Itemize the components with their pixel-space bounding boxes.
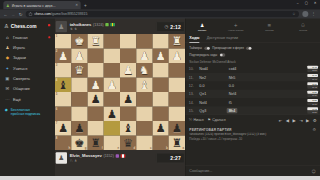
square-e1[interactable]: [104, 34, 120, 48]
resign-flag-icon: ⚑: [208, 118, 211, 122]
file-label: a: [182, 146, 184, 149]
play-icon[interactable]: ▶: [306, 117, 309, 122]
white-pawn: ♟: [152, 48, 168, 62]
black-pawn: ♟: [87, 92, 103, 106]
Играть-icon: ♟: [5, 45, 10, 50]
rank-label: 7: [56, 121, 58, 124]
square-b5[interactable]: [152, 92, 168, 106]
resign-button[interactable]: ⚑ Сдаться: [208, 118, 226, 122]
game-panel: ♟ Партия+ Новая партия≡ Партии⚇ Игроки Х…: [185, 19, 320, 176]
tab-title: Играть в шахматы с друз…: [12, 3, 74, 7]
top-clock-time: 2:12: [170, 24, 181, 30]
move-number: 12.: [189, 83, 198, 87]
toggle-Таймеры[interactable]: [204, 47, 210, 50]
square-b6[interactable]: [152, 106, 168, 120]
settings-gear-icon[interactable]: ⚙: [312, 127, 316, 132]
move-clocks: 2:36 2:42: [307, 82, 318, 88]
move-list: 10. Nxd4 cxd4 2:45 2:51 11. Ne2 Nh5 2:41…: [185, 65, 320, 115]
top-player-rating: (1324): [93, 23, 104, 27]
square-a7[interactable]: ♟: [169, 121, 185, 135]
bottom-captured-pieces: ♘ ♗: [70, 159, 154, 163]
tab-close-icon[interactable]: ✕: [75, 3, 78, 7]
Смотреть-icon: ▣: [5, 76, 10, 81]
panel-subtabs: ХодыДоступные партии: [185, 34, 320, 43]
square-h5[interactable]: 5: [55, 92, 71, 106]
Партии-tab-icon: ≡: [268, 23, 272, 28]
options-gear-icon[interactable]: ⚙: [313, 117, 317, 122]
bottom-player-rating: (1152): [104, 154, 114, 158]
last-move-icon[interactable]: ⇥: [299, 117, 303, 122]
file-label: h: [69, 146, 71, 149]
chesscom-logo[interactable]: ♙ Chess.com: [0, 19, 55, 32]
white-pawn: ♟: [87, 77, 103, 91]
bookmark-icon[interactable]: ☆: [292, 12, 295, 16]
square-f4[interactable]: ♟: [87, 77, 103, 91]
white-rook: ♜: [87, 34, 103, 48]
black-pawn: ♟: [169, 121, 185, 135]
square-d8[interactable]: ♛d: [120, 135, 136, 149]
panel-tab-label: Партии: [265, 29, 273, 31]
toggle-label: Таймеры: [189, 47, 202, 50]
chat-bar: Сообщение... ☺: [185, 166, 320, 176]
game-actions: ½ Ничья ⚑ Сдаться ⇤◀▶⇥▶⚙: [185, 115, 320, 125]
black-pawn: ♟: [104, 106, 120, 120]
top-player-badge: [105, 23, 108, 26]
white-rook: ♜: [169, 34, 185, 48]
white-move[interactable]: Qe1: [197, 92, 226, 96]
square-a6[interactable]: [169, 106, 185, 120]
white-move[interactable]: Qg3: [197, 108, 226, 112]
black-move[interactable]: Nh5: [227, 75, 256, 79]
square-a3[interactable]: [169, 63, 185, 77]
square-h1[interactable]: 1: [55, 34, 71, 48]
black-move[interactable]: cxd4: [227, 67, 256, 71]
move-row: 13. Qe1 Nxf4 2:29 2:36: [185, 90, 320, 98]
black-pawn: ♟: [152, 121, 168, 135]
square-b8[interactable]: b: [152, 135, 168, 149]
square-h7[interactable]: ♟7: [55, 121, 71, 135]
bottom-player-avatar[interactable]: ♟: [56, 152, 67, 163]
white-queen: ♛: [71, 63, 87, 77]
resign-label: Сдаться: [212, 118, 226, 122]
square-h6[interactable]: 6: [55, 106, 71, 120]
square-h8[interactable]: 8h: [55, 135, 71, 149]
square-g6[interactable]: [71, 106, 87, 120]
black-move-clock: 2:47: [307, 77, 318, 80]
sidebar-item-label: Учиться: [13, 66, 27, 70]
url-path: /game/live/8955239315: [51, 12, 87, 16]
sidebar-item-label: Главная: [13, 35, 28, 39]
square-d6[interactable]: [120, 106, 136, 120]
white-pawn: ♟: [104, 77, 120, 91]
square-f5[interactable]: ♟: [87, 92, 103, 106]
Ещё-icon: ⋯: [5, 97, 10, 102]
black-move-clock: 2:51: [307, 69, 318, 72]
square-c2[interactable]: ♟: [136, 48, 152, 62]
white-move[interactable]: Nxd4: [197, 67, 226, 71]
draw-button[interactable]: ½ Ничья: [189, 118, 204, 122]
white-move[interactable]: 0-0: [197, 83, 226, 87]
panel-tabs: ♟ Партия+ Новая партия≡ Партии⚇ Игроки: [185, 19, 320, 34]
rank-label: 2: [56, 49, 58, 52]
square-d4[interactable]: [120, 77, 136, 91]
white-move[interactable]: Nxf4: [197, 100, 226, 104]
Новая партия-tab-icon: +: [234, 23, 238, 28]
free-trial-label: Бесплатная пробная подписка: [11, 108, 44, 117]
top-player-avatar[interactable]: ♟: [56, 21, 67, 32]
Общение-icon: ✉: [5, 86, 10, 91]
move-clocks: 2:29 2:36: [307, 91, 318, 97]
rank-label: 3: [56, 63, 58, 66]
panel-tab-Партии[interactable]: ≡ Партии: [253, 21, 287, 31]
square-a5[interactable]: [169, 92, 185, 106]
diamond-icon: ◆: [5, 108, 8, 113]
square-e8[interactable]: e: [104, 135, 120, 149]
bottom-clock-time: 2:27: [170, 155, 181, 161]
bottom-player-bar: ♟ Elvin_Mossayev (1152) ♘ ♗ 2:27: [55, 150, 185, 165]
square-e3[interactable]: [104, 63, 120, 77]
square-f3[interactable]: [87, 63, 103, 77]
square-c6[interactable]: [136, 106, 152, 120]
white-king: ♚: [71, 34, 87, 48]
sidebar-item-label: Ещё: [13, 97, 21, 101]
rank-label: 6: [56, 107, 58, 110]
half-point-icon: ½: [189, 118, 193, 122]
rank-label: 4: [56, 78, 58, 81]
move-row: 10. Nxd4 cxd4 2:45 2:51: [185, 65, 320, 73]
square-h4[interactable]: ♝4: [55, 77, 71, 91]
square-b4[interactable]: [152, 77, 168, 91]
square-a2[interactable]: ♟: [169, 48, 185, 62]
square-g3[interactable]: ♛: [71, 63, 87, 77]
square-b3[interactable]: [152, 63, 168, 77]
file-label: g: [85, 146, 87, 149]
move-number: 15.: [189, 108, 198, 112]
black-move-clock: 2:42: [307, 86, 318, 89]
subtab-Ходы[interactable]: Ходы: [189, 34, 199, 43]
black-bishop: ♝: [55, 77, 71, 91]
game-info-block: РЕЙТИНГОВАЯ ПАРТИЯ ⚙ tahoikanes (1324) п…: [185, 125, 320, 140]
next-move-icon[interactable]: ▶: [292, 117, 295, 122]
white-knight: ♞: [136, 63, 152, 77]
bottom-player-clock: 2:27: [156, 153, 184, 163]
square-h2[interactable]: ♟2: [55, 48, 71, 62]
url-text: chess.com/game/live/8955239315: [34, 12, 290, 16]
free-trial-link[interactable]: ◆ Бесплатная пробная подписка: [0, 104, 55, 116]
white-pawn: ♟: [169, 48, 185, 62]
notification-dot: [48, 24, 50, 26]
url-host: chess.com: [34, 12, 51, 16]
toggle-Превращение в ферзя[interactable]: [246, 47, 252, 50]
move-clocks: 2:41 2:47: [307, 74, 318, 80]
sidebar-item-Играть[interactable]: ♟ Играть: [0, 42, 55, 52]
move-nav-controls: ⇤◀▶⇥▶⚙: [279, 117, 317, 122]
square-b1[interactable]: [152, 34, 168, 48]
square-c3[interactable]: ♞: [136, 63, 152, 77]
sidebar-item-Общение[interactable]: ✉ Общение: [0, 84, 55, 94]
square-a8[interactable]: ♜a: [169, 135, 185, 149]
move-clocks: 2:12 2:27: [307, 107, 318, 113]
move-row: 11. Ne2 Nh5 2:41 2:47: [185, 73, 320, 81]
sidebar: ♙ Chess.com ⌂ Главная♟ Играть◆ Задачи✦ У…: [0, 19, 55, 176]
square-d5[interactable]: ♟: [120, 92, 136, 106]
rank-label: 5: [56, 92, 58, 95]
file-label: b: [166, 146, 168, 149]
file-label: d: [134, 146, 136, 149]
browser-tabstrip: ♟ Играть в шахматы с друз… ✕ + – ▢ ✕: [0, 0, 320, 9]
square-c8[interactable]: c: [136, 135, 152, 149]
square-c7[interactable]: [136, 121, 152, 135]
sidebar-item-label: Общение: [13, 87, 30, 91]
sidebar-item-Задачи[interactable]: ◆ Задачи: [0, 53, 55, 63]
square-e5[interactable]: [104, 92, 120, 106]
square-d3[interactable]: ♟: [120, 63, 136, 77]
square-d2[interactable]: [120, 48, 136, 62]
forward-icon[interactable]: →: [11, 11, 15, 16]
move-row: 15. Qg3 Bh4 2:12 2:27: [185, 106, 320, 114]
panel-tab-label: Игроки: [299, 29, 307, 31]
white-pawn: ♟: [136, 48, 152, 62]
rating-change-line: Победа +10 / ничья +1 / проигрыш -10: [189, 137, 316, 140]
black-move[interactable]: f5: [227, 100, 256, 104]
black-move[interactable]: Bh4: [227, 108, 256, 112]
black-move[interactable]: Nxf4: [227, 92, 256, 96]
square-g2[interactable]: ♟: [71, 48, 87, 62]
move-number: 13.: [189, 92, 198, 96]
square-g1[interactable]: ♚: [71, 34, 87, 48]
bottom-player-flag-icon: [121, 154, 126, 157]
lock-icon: [29, 13, 32, 16]
game-type-header: РЕЙТИНГОВАЯ ПАРТИЯ: [189, 128, 316, 132]
top-player-bar: ♟ tahoikanes (1324) ♞ ♞ ◷ 2:12: [55, 19, 185, 34]
black-pawn: ♟: [55, 121, 71, 135]
prev-move-icon[interactable]: ◀: [286, 117, 289, 122]
browser-tab[interactable]: ♟ Играть в шахматы с друз… ✕: [3, 1, 80, 9]
draw-label: Ничья: [194, 118, 204, 122]
move-row: 14. Nxf4 f5 2:21 2:31: [185, 98, 320, 106]
square-e7[interactable]: [104, 121, 120, 135]
quick-settings: ТаймерыПревращение в ферзя Подтверждать …: [185, 43, 320, 59]
sidebar-item-Главная[interactable]: ⌂ Главная: [0, 32, 55, 42]
move-row: 12. 0-0 0-0 2:36 2:42: [185, 81, 320, 89]
square-d7[interactable]: ♝: [120, 121, 136, 135]
square-a1[interactable]: ♜: [169, 34, 185, 48]
Партия-tab-icon: ♟: [200, 23, 204, 28]
chat-input[interactable]: Сообщение...: [189, 169, 311, 173]
move-clocks: 2:21 2:31: [307, 99, 318, 105]
square-g7[interactable]: ♟: [71, 121, 87, 135]
Главная-icon: ⌂: [5, 35, 10, 40]
screen: ♟ Играть в шахматы с друз… ✕ + – ▢ ✕ ← →…: [0, 0, 320, 180]
top-player-clock: ◷ 2:12: [156, 22, 184, 32]
browser-avatar[interactable]: [302, 11, 308, 17]
toggle-label: Превращение в ферзя: [212, 47, 244, 50]
logo-pawn-icon: ♙: [4, 23, 9, 30]
square-e4[interactable]: ♟: [104, 77, 120, 91]
matchup-line: tahoikanes (1324) против Elvin_Mossayev …: [189, 133, 316, 136]
badge-dot: [48, 36, 50, 38]
clock-icon: ◷: [165, 24, 169, 29]
reload-icon[interactable]: ↻: [19, 11, 23, 16]
panel-tab-label: Новая партия: [228, 29, 244, 31]
white-bishop: ♝: [136, 77, 152, 91]
taskbar: [0, 176, 320, 180]
square-b7[interactable]: ♟: [152, 121, 168, 135]
sidebar-item-label: Задачи: [13, 56, 26, 60]
emoji-icon[interactable]: ☺: [311, 168, 316, 173]
sidebar-item-label: Смотреть: [13, 76, 30, 80]
square-f8[interactable]: ♜f: [87, 135, 103, 149]
window-maximize-button[interactable]: ▢: [305, 1, 308, 5]
panel-tab-Новая партия[interactable]: + Новая партия: [219, 21, 253, 31]
move-clocks: 2:45 2:51: [307, 66, 318, 72]
new-tab-button[interactable]: +: [84, 3, 87, 10]
rank-label: 1: [56, 34, 58, 37]
square-h3[interactable]: 3: [55, 63, 71, 77]
tab-favicon-pawn-icon: ♟: [6, 3, 10, 8]
black-move-clock: 2:27: [307, 111, 318, 114]
window-close-button[interactable]: ✕: [314, 1, 317, 5]
square-f2[interactable]: [87, 48, 103, 62]
file-label: e: [117, 146, 119, 149]
game-area: ♟ tahoikanes (1324) ♞ ♞ ◷ 2:12 1♚♜♜♟2♟♟♟…: [55, 19, 185, 176]
browser-toolbar: ← → ↻ chess.com/game/live/8955239315 ☆ ⋮: [0, 9, 320, 18]
window-minimize-button[interactable]: –: [297, 1, 299, 5]
black-bishop: ♝: [120, 121, 136, 135]
top-player-flag-icon: [110, 23, 115, 26]
white-move[interactable]: Ne2: [197, 75, 226, 79]
chess-board[interactable]: 1♚♜♜♟2♟♟♟♟3♛♟♞♝4♟♟♝5♟♟6♟♟7♟♝♟♟8h♚g♜fe♛dc…: [55, 34, 185, 150]
white-pawn: ♟: [120, 63, 136, 77]
white-pawn: ♟: [55, 48, 71, 62]
square-e6[interactable]: ♟: [104, 106, 120, 120]
bottom-player-badge: [116, 154, 119, 157]
file-label: f: [102, 146, 103, 149]
move-number: 11.: [189, 75, 198, 79]
square-g4[interactable]: [71, 77, 87, 91]
square-d1[interactable]: [120, 34, 136, 48]
sidebar-item-Учиться[interactable]: ✦ Учиться: [0, 63, 55, 73]
square-f7[interactable]: [87, 121, 103, 135]
square-c5[interactable]: [136, 92, 152, 106]
square-b2[interactable]: ♟: [152, 48, 168, 62]
first-move-icon[interactable]: ⇤: [279, 117, 283, 122]
white-pawn: ♟: [71, 48, 87, 62]
square-g5[interactable]: [71, 92, 87, 106]
square-a4[interactable]: [169, 77, 185, 91]
browser-menu-icon[interactable]: ⋮: [312, 12, 316, 17]
toggle-Подтверждать ходы[interactable]: [220, 53, 226, 56]
black-pawn: ♟: [120, 92, 136, 106]
rank-label: 8: [56, 136, 58, 139]
black-move-clock: 2:31: [307, 102, 318, 105]
panel-tab-Игроки[interactable]: ⚇ Игроки: [286, 21, 320, 31]
Задачи-icon: ◆: [5, 55, 10, 60]
Игроки-tab-icon: ⚇: [301, 23, 305, 28]
address-bar[interactable]: chess.com/game/live/8955239315 ☆: [26, 11, 299, 18]
black-move[interactable]: 0-0: [227, 83, 256, 87]
subtab-Доступные партии[interactable]: Доступные партии: [207, 34, 238, 43]
panel-tab-Партия[interactable]: ♟ Партия: [185, 21, 219, 31]
sidebar-item-label: Играть: [13, 45, 25, 49]
top-captured-pieces: ♞ ♞: [70, 27, 154, 31]
back-icon[interactable]: ←: [3, 11, 7, 16]
Учиться-icon: ✦: [5, 66, 10, 71]
black-pawn: ♟: [71, 121, 87, 135]
square-c1[interactable]: [136, 34, 152, 48]
logo-text: Chess.com: [11, 23, 37, 28]
square-g8[interactable]: ♚g: [71, 135, 87, 149]
panel-tab-label: Партия: [198, 29, 206, 31]
sidebar-item-Ещё[interactable]: ⋯ Ещё: [0, 94, 55, 104]
square-f6[interactable]: [87, 106, 103, 120]
square-c4[interactable]: ♝: [136, 77, 152, 91]
square-f1[interactable]: ♜: [87, 34, 103, 48]
black-move-clock: 2:36: [307, 94, 318, 97]
file-label: c: [150, 146, 152, 149]
move-number: 14.: [189, 100, 198, 104]
toggle-label: Подтверждать ходы: [189, 53, 217, 56]
sidebar-item-Смотреть[interactable]: ▣ Смотреть: [0, 73, 55, 83]
move-number: 10.: [189, 67, 198, 71]
square-e2[interactable]: [104, 48, 120, 62]
